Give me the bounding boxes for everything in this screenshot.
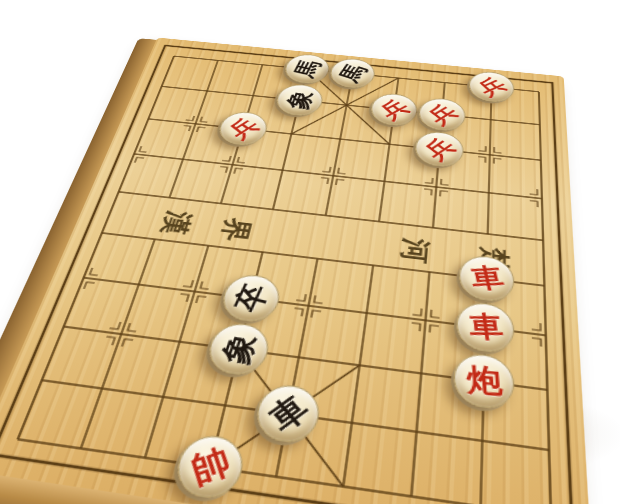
river-label-he: 河	[395, 236, 434, 266]
piece-character: 車	[466, 256, 508, 300]
piece-character: 車	[466, 304, 506, 351]
piece-character: 炮	[465, 355, 504, 408]
river-label-jie: 界	[215, 215, 257, 244]
board-perspective-wrap: 漢 界 河 楚 馬馬兵象兵兵兵兵車卒車象炮車帥	[0, 38, 592, 504]
photo-background: 漢 界 河 楚 馬馬兵象兵兵兵兵車卒車象炮車帥	[0, 0, 640, 504]
xiangqi-board: 漢 界 河 楚 馬馬兵象兵兵兵兵車卒車象炮車帥	[0, 38, 592, 504]
piece-character: 卒	[220, 278, 282, 318]
piece-character: 馬	[328, 59, 377, 86]
piece-character: 象	[275, 88, 324, 112]
river-label-han: 漢	[155, 208, 198, 236]
piece-character: 馬	[283, 56, 331, 81]
piece-character: 象	[207, 329, 270, 369]
